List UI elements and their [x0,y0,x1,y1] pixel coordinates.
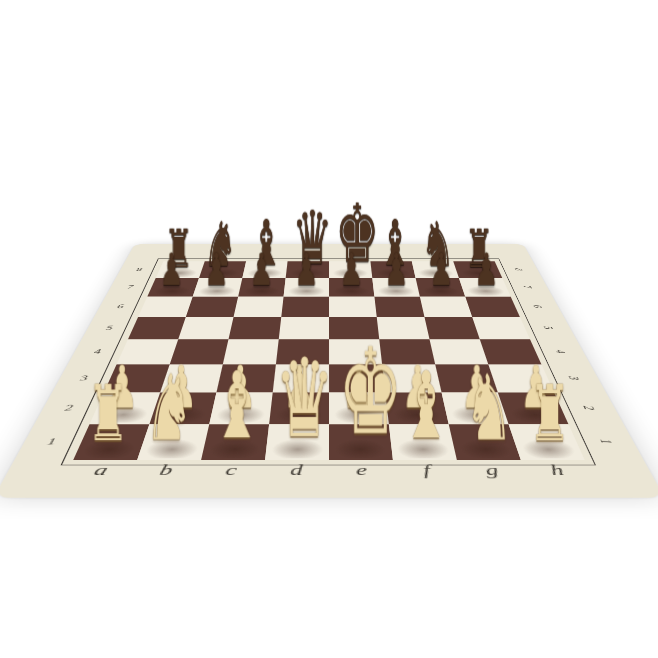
square-c2: ♟ [209,392,272,424]
rank-label-right-4: 4 [532,345,590,358]
rank-label-left-6: 6 [106,296,134,318]
square-e6 [329,296,377,316]
square-a8: ♜ [156,261,205,278]
file-label-f: f [393,462,462,483]
rank-label-right-3: 3 [543,371,605,386]
roll-up-chess-mat: ♜♞♝♛♚♝♞♜♟♟♟♟♟♟♟♟♟♟♟♟♟♟♟♟♜♞♝♛♚♝♞♜ 8765432… [0,244,658,498]
piece-black-queen-d8: ♛ [292,201,323,275]
square-f4 [379,339,435,364]
piece-shadow [395,439,451,459]
piece-shadow [143,439,201,459]
square-g8: ♞ [412,261,459,278]
piece-black-knight-b8: ♞ [206,213,237,275]
piece-black-rook-h8: ♜ [464,222,495,275]
piece-shadow [332,268,368,277]
square-d2: ♟ [269,392,329,424]
square-f6 [374,296,424,316]
square-f2: ♟ [385,392,448,424]
square-f3 [382,364,441,392]
square-e4 [329,339,382,364]
rank-label-right-7: 7 [503,282,552,292]
piece-shadow [375,268,412,277]
square-e7: ♟ [329,278,374,296]
square-d1: ♛ [265,424,329,460]
piece-shadow [207,439,263,459]
square-d3 [273,364,329,392]
file-label-c: c [196,462,265,483]
piece-shadow [391,405,443,422]
square-d4 [276,339,329,364]
chess-set-photo: ♜♞♝♛♚♝♞♜♟♟♟♟♟♟♟♟♟♟♟♟♟♟♟♟♜♞♝♛♚♝♞♜ 8765432… [0,0,658,658]
square-d8: ♛ [286,261,329,278]
file-label-g: g [457,462,528,483]
piece-black-rook-a8: ♜ [163,222,194,275]
piece-black-king-e8: ♚ [335,193,366,274]
piece-shadow [459,268,499,277]
piece-black-bishop-f8: ♝ [378,212,409,275]
square-b6 [186,296,238,316]
piece-shadow [155,405,209,422]
piece-shadow [417,268,456,277]
square-b1: ♞ [137,424,209,460]
square-c3 [216,364,275,392]
square-e8: ♚ [329,261,372,278]
square-a4 [117,339,179,364]
piece-shadow [79,439,140,459]
square-g6 [420,296,472,316]
piece-shadow [289,268,325,277]
piece-shadow [95,405,151,422]
piece-white-king-e1: ♚ [338,333,383,452]
file-label-b: b [130,462,201,483]
square-e1: ♚ [329,424,393,460]
square-g7: ♟ [416,278,466,296]
square-b2: ♟ [149,392,216,424]
piece-black-bishop-c8: ♝ [249,212,280,275]
square-e2: ♟ [329,392,389,424]
rank-label-left-5: 5 [94,316,125,340]
rank-label-left-2: 2 [49,392,88,426]
piece-shadow [287,286,325,296]
rank-label-left-3: 3 [66,364,102,394]
square-b3 [160,364,223,392]
rank-label-right-2: 2 [556,400,622,416]
piece-shadow [518,439,579,459]
square-h4 [480,339,542,364]
piece-shadow [507,405,563,422]
square-a3 [104,364,170,392]
piece-shadow [465,286,507,296]
square-h7: ♟ [459,278,511,296]
piece-shadow [377,286,416,296]
square-h3 [488,364,554,392]
rank-label-right-5: 5 [521,322,576,334]
rank-label-right-8: 8 [496,265,543,274]
square-g2: ♟ [442,392,509,424]
square-c7: ♟ [238,278,286,296]
piece-shadow [151,286,193,296]
piece-shadow [270,439,324,459]
piece-shadow [274,405,324,422]
rank-label-right-1: 1 [571,432,642,451]
square-h1: ♜ [509,424,585,460]
square-b8: ♞ [199,261,246,278]
piece-shadow [242,286,281,296]
square-f8: ♝ [370,261,415,278]
piece-shadow [214,405,266,422]
square-g1: ♞ [449,424,521,460]
square-a6 [138,296,193,316]
square-h5 [472,317,530,340]
piece-shadow [421,286,461,296]
piece-shadow [160,268,200,277]
piece-shadow [334,405,384,422]
square-h2: ♟ [498,392,569,424]
piece-shadow [203,268,242,277]
square-c4 [223,339,279,364]
square-h6 [465,296,520,316]
square-c6 [234,296,284,316]
rank-label-left-7: 7 [117,277,144,297]
square-h8: ♜ [453,261,502,278]
file-labels: abcdefgh [63,462,595,483]
square-d6 [281,296,329,316]
file-label-a: a [63,462,137,483]
square-g3 [435,364,498,392]
piece-shadow [334,439,388,459]
square-f1: ♝ [389,424,457,460]
square-b5 [178,317,233,340]
rank-label-left-8: 8 [127,261,152,279]
square-d5 [279,317,329,340]
square-b7: ♟ [193,278,243,296]
file-label-h: h [521,462,595,483]
piece-shadow [333,286,371,296]
piece-black-knight-g8: ♞ [421,213,452,275]
piece-shadow [449,405,503,422]
square-f7: ♟ [372,278,420,296]
square-c1: ♝ [201,424,269,460]
square-a2: ♟ [90,392,161,424]
square-e3 [329,364,385,392]
piece-shadow [246,268,283,277]
square-g4 [430,339,489,364]
file-label-e: e [329,462,395,483]
square-b4 [170,339,229,364]
rank-label-left-1: 1 [30,423,73,461]
square-a5 [128,317,186,340]
rank-label-right-6: 6 [512,301,564,312]
file-label-d: d [263,462,329,483]
square-c8: ♝ [242,261,287,278]
piece-shadow [197,286,237,296]
square-f5 [377,317,430,340]
square-e5 [329,317,379,340]
square-g5 [424,317,479,340]
square-d7: ♟ [284,278,329,296]
rank-label-left-4: 4 [81,339,114,366]
square-a7: ♟ [147,278,199,296]
square-c5 [228,317,281,340]
piece-shadow [457,439,515,459]
